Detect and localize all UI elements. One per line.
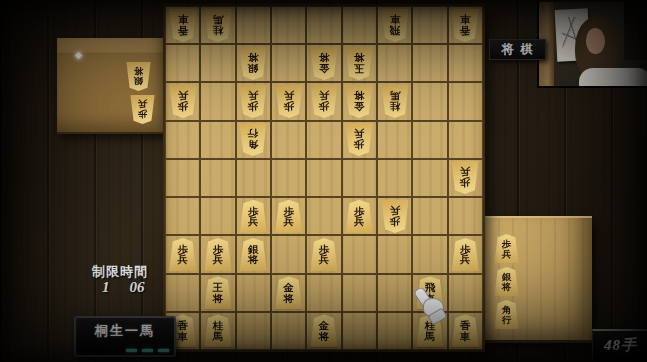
board-cell-r5c1[interactable] xyxy=(165,159,200,197)
piece-kanji: 歩 xyxy=(502,239,512,248)
gote-piece-歩兵[interactable]: 歩兵 xyxy=(309,85,339,118)
status-indicator-lights xyxy=(126,349,169,352)
sente-piece-歩兵[interactable]: 歩兵 xyxy=(344,200,374,233)
video-shelf xyxy=(623,2,647,60)
piece-kanji: 桂 xyxy=(425,320,436,330)
piece-kanji: 王 xyxy=(213,282,224,292)
gote-piece-銀将[interactable]: 銀将 xyxy=(238,47,268,80)
sente-piece-歩兵[interactable]: 歩兵 xyxy=(309,238,339,271)
piece-kanji: 馬 xyxy=(425,331,436,341)
piece-kanji: 角 xyxy=(248,140,259,150)
board-cell-r6c7[interactable]: 歩兵 xyxy=(377,197,412,235)
board-cell-r5c5[interactable] xyxy=(306,159,341,197)
board-cell-r3c1[interactable]: 歩兵 xyxy=(165,82,200,120)
board-cell-r7c2[interactable]: 歩兵 xyxy=(200,235,235,273)
sente-piece-桂馬[interactable]: 桂馬 xyxy=(203,314,233,347)
piece-kanji: 桂 xyxy=(389,102,400,112)
board-cell-r4c7[interactable] xyxy=(377,121,412,159)
board-cell-r5c9[interactable]: 歩兵 xyxy=(448,159,483,197)
piece-kanji: 金 xyxy=(319,320,330,330)
board-cell-r5c2[interactable] xyxy=(200,159,235,197)
board-cell-r7c7[interactable] xyxy=(377,235,412,273)
board-cell-r2c1[interactable] xyxy=(165,44,200,82)
board-cell-r3c5[interactable]: 歩兵 xyxy=(306,82,341,120)
board-cell-r5c8[interactable] xyxy=(412,159,447,197)
gote-piece-桂馬[interactable]: 桂馬 xyxy=(203,9,233,42)
board-cell-r3c7[interactable]: 桂馬 xyxy=(377,82,412,120)
piece-kanji: 将 xyxy=(502,282,512,291)
gote-piece-銀将[interactable]: 銀将 xyxy=(125,62,152,91)
gote-piece-玉将[interactable]: 玉将 xyxy=(344,47,374,80)
board-cell-r4c9[interactable] xyxy=(448,121,483,159)
board-cell-r2c4[interactable] xyxy=(271,44,306,82)
piece-kanji: 馬 xyxy=(213,15,224,25)
board-cell-r1c8[interactable] xyxy=(412,6,447,44)
sente-piece-飛車[interactable]: 飛車 xyxy=(415,276,445,309)
gote-piece-歩兵[interactable]: 歩兵 xyxy=(274,85,304,118)
piece-kanji: 香 xyxy=(460,25,471,35)
piece-kanji: 将 xyxy=(319,53,330,63)
piece-kanji: 兵 xyxy=(354,216,365,226)
sente-piece-香車[interactable]: 香車 xyxy=(450,314,480,347)
board-cell-r6c8[interactable] xyxy=(412,197,447,235)
board-cell-r3c6[interactable]: 金将 xyxy=(342,82,377,120)
board-cell-r5c6[interactable] xyxy=(342,159,377,197)
board-cell-r7c3[interactable]: 銀将 xyxy=(236,235,271,273)
piece-kanji: 兵 xyxy=(283,216,294,226)
board-cell-r9c4[interactable] xyxy=(271,312,306,350)
board-cell-r4c3[interactable]: 角行 xyxy=(236,121,271,159)
commentator-shirt xyxy=(579,68,647,88)
board-cell-r9c3[interactable] xyxy=(236,312,271,350)
piece-kanji: 兵 xyxy=(248,216,259,226)
board-cell-r1c2[interactable]: 桂馬 xyxy=(200,6,235,44)
piece-kanji: 将 xyxy=(354,53,365,63)
player-name: 桐生一馬 xyxy=(76,322,174,340)
piece-kanji: 飛 xyxy=(389,25,400,35)
board-cell-r6c5[interactable] xyxy=(306,197,341,235)
board-cell-r6c2[interactable] xyxy=(200,197,235,235)
sente-piece-stand: 歩兵銀将角行 xyxy=(482,216,592,343)
piece-kanji: 香 xyxy=(177,320,188,330)
board-cell-r8c6[interactable] xyxy=(342,274,377,312)
board-cell-r6c6[interactable]: 歩兵 xyxy=(342,197,377,235)
sente-piece-王将[interactable]: 王将 xyxy=(203,276,233,309)
board-cell-r5c3[interactable] xyxy=(236,159,271,197)
piece-kanji: 銀 xyxy=(248,64,259,74)
sente-piece-角行[interactable]: 角行 xyxy=(493,300,520,329)
piece-kanji: 車 xyxy=(177,331,188,341)
sente-hand-pieces: 歩兵銀将角行 xyxy=(493,234,520,329)
board-cell-r5c4[interactable] xyxy=(271,159,306,197)
piece-kanji: 車 xyxy=(425,293,436,303)
board-cell-r9c5[interactable]: 金将 xyxy=(306,312,341,350)
piece-kanji: 兵 xyxy=(460,168,471,178)
piece-kanji: 将 xyxy=(248,255,259,265)
board-cell-r2c8[interactable] xyxy=(412,44,447,82)
piece-kanji: 兵 xyxy=(319,255,330,265)
gote-piece-stand: 銀将歩兵 xyxy=(57,38,170,134)
piece-kanji: 車 xyxy=(460,15,471,25)
board-cell-r6c1[interactable] xyxy=(165,197,200,235)
gote-piece-歩兵[interactable]: 歩兵 xyxy=(238,85,268,118)
piece-kanji: 金 xyxy=(354,102,365,112)
gote-piece-歩兵[interactable]: 歩兵 xyxy=(344,123,374,156)
piece-kanji: 将 xyxy=(319,331,330,341)
board-cell-r7c9[interactable]: 歩兵 xyxy=(448,235,483,273)
board-cell-r2c3[interactable]: 銀将 xyxy=(236,44,271,82)
shogi-board[interactable]: 香車桂馬飛車香車銀将金将玉将歩兵歩兵歩兵歩兵金将桂馬角行歩兵歩兵歩兵歩兵歩兵歩兵… xyxy=(163,4,485,352)
board-cell-r4c8[interactable] xyxy=(412,121,447,159)
board-cell-r7c1[interactable]: 歩兵 xyxy=(165,235,200,273)
gote-piece-角行[interactable]: 角行 xyxy=(238,123,268,156)
sente-piece-歩兵[interactable]: 歩兵 xyxy=(203,238,233,271)
board-cell-r2c2[interactable] xyxy=(200,44,235,82)
commentator-face xyxy=(586,28,605,54)
board-cell-r6c4[interactable]: 歩兵 xyxy=(271,197,306,235)
piece-kanji: 歩 xyxy=(319,102,330,112)
piece-kanji: 桂 xyxy=(213,25,224,35)
gote-piece-金将[interactable]: 金将 xyxy=(309,47,339,80)
board-cell-r2c6[interactable]: 玉将 xyxy=(342,44,377,82)
time-seconds: 06 xyxy=(130,279,145,296)
board-cell-r8c9[interactable] xyxy=(448,274,483,312)
board-cell-r8c2[interactable]: 王将 xyxy=(200,274,235,312)
board-cell-r7c6[interactable] xyxy=(342,235,377,273)
sente-piece-歩兵[interactable]: 歩兵 xyxy=(450,238,480,271)
piece-kanji: 兵 xyxy=(319,91,330,101)
gote-piece-歩兵[interactable]: 歩兵 xyxy=(450,161,480,194)
piece-kanji: 兵 xyxy=(460,255,471,265)
board-cell-r4c4[interactable] xyxy=(271,121,306,159)
game-title-badge: 将棋 xyxy=(489,39,546,60)
sente-piece-金将[interactable]: 金将 xyxy=(274,276,304,309)
gote-piece-金将[interactable]: 金将 xyxy=(344,85,374,118)
move-counter: 48手 xyxy=(592,329,647,359)
piece-kanji: 香 xyxy=(460,320,471,330)
piece-kanji: 兵 xyxy=(213,255,224,265)
piece-kanji: 車 xyxy=(460,331,471,341)
board-cell-r3c3[interactable]: 歩兵 xyxy=(236,82,271,120)
board-cell-r6c9[interactable] xyxy=(448,197,483,235)
piece-kanji: 兵 xyxy=(138,100,148,109)
board-cell-r1c6[interactable] xyxy=(342,6,377,44)
piece-kanji: 将 xyxy=(134,67,144,76)
piece-kanji: 兵 xyxy=(502,249,512,258)
gote-piece-歩兵[interactable]: 歩兵 xyxy=(129,95,156,124)
board-cell-r3c2[interactable] xyxy=(200,82,235,120)
board-cell-r9c8[interactable]: 桂馬 xyxy=(412,312,447,350)
board-cell-r9c7[interactable] xyxy=(377,312,412,350)
board-cell-r1c5[interactable] xyxy=(306,6,341,44)
board-cell-r8c7[interactable] xyxy=(377,274,412,312)
piece-kanji: 金 xyxy=(283,282,294,292)
piece-kanji: 歩 xyxy=(177,102,188,112)
board-cell-r8c1[interactable] xyxy=(165,274,200,312)
piece-kanji: 将 xyxy=(248,53,259,63)
time-minutes: 1 xyxy=(102,279,110,296)
sente-piece-桂馬[interactable]: 桂馬 xyxy=(415,314,445,347)
sente-piece-金将[interactable]: 金将 xyxy=(309,314,339,347)
piece-kanji: 金 xyxy=(319,64,330,74)
sente-piece-歩兵[interactable]: 歩兵 xyxy=(274,200,304,233)
piece-kanji: 馬 xyxy=(389,91,400,101)
board-cell-r7c8[interactable] xyxy=(412,235,447,273)
piece-kanji: 桂 xyxy=(213,320,224,330)
sente-piece-歩兵[interactable]: 歩兵 xyxy=(168,238,198,271)
board-cell-r3c9[interactable] xyxy=(448,82,483,120)
piece-kanji: 玉 xyxy=(354,64,365,74)
board-cell-r4c5[interactable] xyxy=(306,121,341,159)
board-cell-r2c9[interactable] xyxy=(448,44,483,82)
board-cell-r6c3[interactable]: 歩兵 xyxy=(236,197,271,235)
piece-kanji: 将 xyxy=(283,293,294,303)
gote-piece-桂馬[interactable]: 桂馬 xyxy=(380,85,410,118)
piece-kanji: 銀 xyxy=(134,77,144,86)
board-cell-r4c2[interactable] xyxy=(200,121,235,159)
piece-kanji: 馬 xyxy=(213,331,224,341)
board-cell-r4c1[interactable] xyxy=(165,121,200,159)
time-remaining: 1 06 xyxy=(102,279,145,296)
piece-kanji: 歩 xyxy=(389,216,400,226)
piece-kanji: 銀 xyxy=(502,272,512,281)
board-cell-r7c4[interactable] xyxy=(271,235,306,273)
sente-piece-歩兵[interactable]: 歩兵 xyxy=(238,200,268,233)
piece-kanji: 兵 xyxy=(283,91,294,101)
sente-piece-銀将[interactable]: 銀将 xyxy=(238,238,268,271)
board-cell-r2c7[interactable] xyxy=(377,44,412,82)
piece-kanji: 歩 xyxy=(283,102,294,112)
board-cell-r8c4[interactable]: 金将 xyxy=(271,274,306,312)
piece-kanji: 将 xyxy=(354,91,365,101)
piece-kanji: 兵 xyxy=(177,91,188,101)
piece-kanji: 兵 xyxy=(177,255,188,265)
board-cell-r8c5[interactable] xyxy=(306,274,341,312)
piece-kanji: 行 xyxy=(248,129,259,139)
piece-kanji: 歩 xyxy=(138,110,148,119)
piece-kanji: 香 xyxy=(177,25,188,35)
piece-kanji: 歩 xyxy=(248,102,259,112)
gote-piece-飛車[interactable]: 飛車 xyxy=(380,9,410,42)
piece-kanji: 飛 xyxy=(425,282,436,292)
sente-piece-銀将[interactable]: 銀将 xyxy=(493,267,520,296)
board-cell-r9c9[interactable]: 香車 xyxy=(448,312,483,350)
board-cell-r9c2[interactable]: 桂馬 xyxy=(200,312,235,350)
board-cell-r8c8[interactable]: 飛車 xyxy=(412,274,447,312)
piece-kanji: 角 xyxy=(502,305,512,314)
board-cell-r2c5[interactable]: 金将 xyxy=(306,44,341,82)
piece-kanji: 歩 xyxy=(460,178,471,188)
gote-piece-歩兵[interactable]: 歩兵 xyxy=(168,85,198,118)
board-cell-r8c3[interactable] xyxy=(236,274,271,312)
board-cell-r1c7[interactable]: 飛車 xyxy=(377,6,412,44)
player-nameplate: 桐生一馬 xyxy=(74,316,176,357)
piece-kanji: 兵 xyxy=(248,91,259,101)
board-cell-r5c7[interactable] xyxy=(377,159,412,197)
piece-kanji: 車 xyxy=(389,15,400,25)
piece-kanji: 車 xyxy=(177,15,188,25)
commentator-video-feed xyxy=(537,2,647,88)
board-cell-r1c3[interactable] xyxy=(236,6,271,44)
board-cell-r1c9[interactable]: 香車 xyxy=(448,6,483,44)
piece-kanji: 兵 xyxy=(389,206,400,216)
board-cell-r1c1[interactable]: 香車 xyxy=(165,6,200,44)
board-cell-r4c6[interactable]: 歩兵 xyxy=(342,121,377,159)
board-cell-r1c4[interactable] xyxy=(271,6,306,44)
gote-piece-歩兵[interactable]: 歩兵 xyxy=(380,200,410,233)
board-cell-r3c4[interactable]: 歩兵 xyxy=(271,82,306,120)
piece-kanji: 兵 xyxy=(354,129,365,139)
gote-piece-香車[interactable]: 香車 xyxy=(168,9,198,42)
board-cell-r3c8[interactable] xyxy=(412,82,447,120)
gote-piece-香車[interactable]: 香車 xyxy=(450,9,480,42)
board-cell-r9c6[interactable] xyxy=(342,312,377,350)
board-cell-r7c5[interactable]: 歩兵 xyxy=(306,235,341,273)
piece-kanji: 将 xyxy=(213,293,224,303)
sente-piece-歩兵[interactable]: 歩兵 xyxy=(493,234,520,263)
piece-kanji: 歩 xyxy=(354,140,365,150)
piece-kanji: 行 xyxy=(502,315,512,324)
